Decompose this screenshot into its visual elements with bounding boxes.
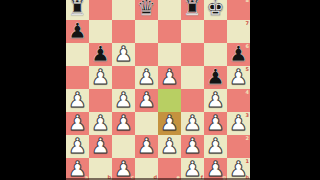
square-b6[interactable]: ♟ [89,43,112,66]
square-f6[interactable] [181,43,204,66]
square-e1[interactable]: e [158,158,181,180]
square-a7[interactable]: ♟ [66,20,89,43]
square-g1[interactable]: g♟ [204,158,227,180]
square-a5[interactable] [66,66,89,89]
square-g5[interactable]: ♟ [204,66,227,89]
square-d2[interactable]: ♟ [135,135,158,158]
piece-white-pawn-g2[interactable]: ♟ [206,135,225,158]
square-g3[interactable]: ♟ [204,112,227,135]
piece-white-pawn-f2[interactable]: ♟ [183,135,202,158]
square-b4[interactable] [89,89,112,112]
square-h5[interactable]: 5♟ [227,66,250,89]
piece-white-pawn-b2[interactable]: ♟ [91,135,110,158]
square-h1[interactable]: 1h♟ [227,158,250,180]
square-c3[interactable]: ♟ [112,112,135,135]
piece-white-pawn-c1[interactable]: ♟ [114,158,133,180]
square-e4[interactable] [158,89,181,112]
square-e7[interactable] [158,20,181,43]
square-e6[interactable] [158,43,181,66]
piece-white-pawn-b3[interactable]: ♟ [91,112,110,135]
square-a3[interactable]: ♟ [66,112,89,135]
piece-black-pawn-g5[interactable]: ♟ [206,66,225,89]
piece-white-pawn-h1[interactable]: ♟ [229,158,248,180]
square-d5[interactable]: ♟ [135,66,158,89]
square-h7[interactable]: 7 [227,20,250,43]
piece-white-pawn-c4[interactable]: ♟ [114,89,133,112]
square-e8[interactable] [158,0,181,20]
piece-white-pawn-a2[interactable]: ♟ [68,135,87,158]
piece-white-pawn-h3[interactable]: ♟ [229,112,248,135]
piece-white-pawn-e5[interactable]: ♟ [160,66,179,89]
square-e3[interactable]: ♟ [158,112,181,135]
piece-white-pawn-e3[interactable]: ♟ [160,112,179,135]
square-f7[interactable] [181,20,204,43]
square-d8[interactable]: ♛ [135,0,158,20]
piece-white-pawn-d2[interactable]: ♟ [137,135,156,158]
piece-white-pawn-b5[interactable]: ♟ [91,66,110,89]
coord-rank-8: 8 [246,0,249,3]
piece-white-pawn-e2[interactable]: ♟ [160,135,179,158]
piece-black-pawn-b6[interactable]: ♟ [91,43,110,66]
coord-rank-2: 2 [246,136,249,141]
piece-white-pawn-c3[interactable]: ♟ [114,112,133,135]
square-a1[interactable]: a♟ [66,158,89,180]
coord-rank-7: 7 [246,21,249,26]
square-h2[interactable]: 2 [227,135,250,158]
piece-black-rook-f8[interactable]: ♜ [183,0,202,20]
square-g7[interactable] [204,20,227,43]
piece-white-pawn-f3[interactable]: ♟ [183,112,202,135]
square-c5[interactable] [112,66,135,89]
piece-white-pawn-g3[interactable]: ♟ [206,112,225,135]
piece-black-king-g8[interactable]: ♚ [206,0,225,20]
chess-board: ♜♛♜♚8♟7♟♟6♟♟♟♟♟5♟♟♟♟♟4♟♟♟♟♟♟3♟♟♟♟♟♟♟2a♟b… [66,0,250,180]
coord-rank-4: 4 [246,90,249,95]
piece-white-pawn-c6[interactable]: ♟ [114,43,133,66]
square-b3[interactable]: ♟ [89,112,112,135]
square-e2[interactable]: ♟ [158,135,181,158]
square-g4[interactable]: ♟ [204,89,227,112]
square-h6[interactable]: 6♟ [227,43,250,66]
bottom-frame-shadow [66,178,250,180]
square-f2[interactable]: ♟ [181,135,204,158]
piece-black-pawn-h6[interactable]: ♟ [229,43,248,66]
square-f5[interactable] [181,66,204,89]
piece-black-rook-a8[interactable]: ♜ [68,0,87,20]
square-d4[interactable]: ♟ [135,89,158,112]
piece-white-pawn-a1[interactable]: ♟ [68,158,87,180]
piece-white-pawn-g4[interactable]: ♟ [206,89,225,112]
square-a2[interactable]: ♟ [66,135,89,158]
square-d7[interactable] [135,20,158,43]
square-a4[interactable]: ♟ [66,89,89,112]
square-b2[interactable]: ♟ [89,135,112,158]
piece-white-pawn-g1[interactable]: ♟ [206,158,225,180]
square-b1[interactable]: b [89,158,112,180]
square-d6[interactable] [135,43,158,66]
piece-black-pawn-a7[interactable]: ♟ [68,20,87,43]
square-g6[interactable] [204,43,227,66]
square-a6[interactable] [66,43,89,66]
square-h3[interactable]: 3♟ [227,112,250,135]
square-g8[interactable]: ♚ [204,0,227,20]
square-c8[interactable] [112,0,135,20]
square-e5[interactable]: ♟ [158,66,181,89]
piece-white-pawn-d4[interactable]: ♟ [137,89,156,112]
square-c7[interactable] [112,20,135,43]
piece-white-pawn-a4[interactable]: ♟ [68,89,87,112]
square-h8[interactable]: 8 [227,0,250,20]
square-d3[interactable] [135,112,158,135]
square-b7[interactable] [89,20,112,43]
square-d1[interactable]: d [135,158,158,180]
piece-white-pawn-h5[interactable]: ♟ [229,66,248,89]
piece-white-pawn-a3[interactable]: ♟ [68,112,87,135]
square-f3[interactable]: ♟ [181,112,204,135]
square-c2[interactable] [112,135,135,158]
square-c1[interactable]: c♟ [112,158,135,180]
square-b8[interactable] [89,0,112,20]
piece-white-pawn-d5[interactable]: ♟ [137,66,156,89]
piece-white-pawn-f1[interactable]: ♟ [183,158,202,180]
square-b5[interactable]: ♟ [89,66,112,89]
square-f1[interactable]: f♟ [181,158,204,180]
square-g2[interactable]: ♟ [204,135,227,158]
square-f8[interactable]: ♜ [181,0,204,20]
square-f4[interactable] [181,89,204,112]
square-c6[interactable]: ♟ [112,43,135,66]
square-c4[interactable]: ♟ [112,89,135,112]
piece-black-queen-d8[interactable]: ♛ [137,0,156,20]
square-a8[interactable]: ♜ [66,0,89,20]
square-h4[interactable]: 4 [227,89,250,112]
video-frame: ♜♛♜♚8♟7♟♟6♟♟♟♟♟5♟♟♟♟♟4♟♟♟♟♟♟3♟♟♟♟♟♟♟2a♟b… [0,0,320,180]
